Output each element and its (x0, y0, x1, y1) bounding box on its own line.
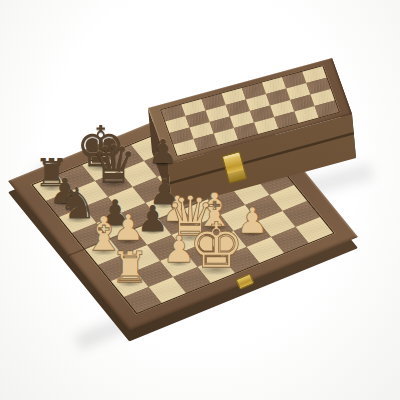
piece-black-pawn[interactable]: ♟ (148, 135, 178, 168)
piece-white-king[interactable]: ♚ (188, 215, 244, 277)
piece-white-rook[interactable]: ♜ (111, 246, 149, 289)
piece-black-queen[interactable]: ♛ (91, 139, 137, 190)
product-photo-stage: ♟♟♝♟♟♛♚♚♛♟♟♟♟♜♟♞♝♜ (0, 0, 400, 400)
